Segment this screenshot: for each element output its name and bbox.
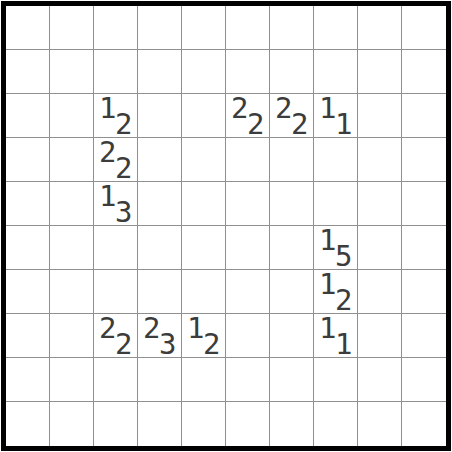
cell-r0c8[interactable] [358,6,402,50]
cell-r5c8[interactable] [358,226,402,270]
cell-r4c5[interactable] [226,182,270,226]
clue-digit-2: 2 [203,330,220,359]
cell-r3c1[interactable] [50,138,94,182]
clue-digit-2: 5 [335,242,352,271]
clue-digit-1: 1 [319,94,336,123]
cell-r4c2-clue: 13 [94,182,138,226]
cell-r6c6[interactable] [270,270,314,314]
clue-digit-1: 1 [187,314,204,343]
cell-r2c1[interactable] [50,94,94,138]
cell-r9c8[interactable] [358,402,402,446]
cell-r3c0[interactable] [6,138,50,182]
clue-digit-2: 2 [115,330,132,359]
clue-digit-1: 1 [319,314,336,343]
cell-r9c4[interactable] [182,402,226,446]
tapa-puzzle-page: { "game": "Tapa", "board": { "rows": 10,… [0,0,452,452]
clue-digit-1: 1 [319,226,336,255]
cell-r1c9[interactable] [402,50,446,94]
cell-r0c5[interactable] [226,6,270,50]
cell-r1c8[interactable] [358,50,402,94]
clue-digit-2: 3 [115,198,132,227]
clue-digit-1: 1 [99,94,116,123]
clue-digit-2: 3 [159,330,176,359]
board-frame: 122222112213151222231211 [1,1,451,451]
cell-r7c0[interactable] [6,314,50,358]
cell-r2c6-clue: 22 [270,94,314,138]
cell-r0c7[interactable] [314,6,358,50]
cell-r5c6[interactable] [270,226,314,270]
cell-r8c4[interactable] [182,358,226,402]
cell-r1c3[interactable] [138,50,182,94]
cell-r7c8[interactable] [358,314,402,358]
cell-r8c7[interactable] [314,358,358,402]
cell-r5c9[interactable] [402,226,446,270]
cell-r6c8[interactable] [358,270,402,314]
cell-r3c2-clue: 22 [94,138,138,182]
cell-r6c0[interactable] [6,270,50,314]
cell-r4c4[interactable] [182,182,226,226]
cell-r4c8[interactable] [358,182,402,226]
cell-r6c2[interactable] [94,270,138,314]
cell-r5c7-clue: 15 [314,226,358,270]
cell-r0c0[interactable] [6,6,50,50]
cell-r3c4[interactable] [182,138,226,182]
cell-r5c5[interactable] [226,226,270,270]
cell-r6c4[interactable] [182,270,226,314]
clue-digit-2: 2 [335,286,352,315]
cell-r5c4[interactable] [182,226,226,270]
tapa-board: 122222112213151222231211 [6,6,446,446]
clue-digit-1: 1 [319,270,336,299]
cell-r1c1[interactable] [50,50,94,94]
cell-r0c1[interactable] [50,6,94,50]
cell-r6c9[interactable] [402,270,446,314]
cell-r5c0[interactable] [6,226,50,270]
cell-r7c1[interactable] [50,314,94,358]
cell-r8c1[interactable] [50,358,94,402]
cell-r4c1[interactable] [50,182,94,226]
cell-r8c3[interactable] [138,358,182,402]
cell-r4c7[interactable] [314,182,358,226]
cell-r1c5[interactable] [226,50,270,94]
cell-r0c2[interactable] [94,6,138,50]
cell-r9c0[interactable] [6,402,50,446]
cell-r3c7[interactable] [314,138,358,182]
cell-r8c0[interactable] [6,358,50,402]
cell-r4c9[interactable] [402,182,446,226]
cell-r1c7[interactable] [314,50,358,94]
clue-digit-1: 2 [275,94,292,123]
cell-r5c1[interactable] [50,226,94,270]
clue-digit-2: 1 [335,110,352,139]
cell-r6c1[interactable] [50,270,94,314]
cell-r3c6[interactable] [270,138,314,182]
cell-r2c7-clue: 11 [314,94,358,138]
cell-r3c5[interactable] [226,138,270,182]
cell-r0c9[interactable] [402,6,446,50]
cell-r5c2[interactable] [94,226,138,270]
clue-digit-1: 2 [231,94,248,123]
cell-r1c6[interactable] [270,50,314,94]
cell-r2c4[interactable] [182,94,226,138]
cell-r2c9[interactable] [402,94,446,138]
cell-r7c4-clue: 12 [182,314,226,358]
cell-r0c4[interactable] [182,6,226,50]
clue-digit-2: 2 [291,110,308,139]
clue-digit-2: 2 [115,154,132,183]
cell-r9c9[interactable] [402,402,446,446]
cell-r7c5[interactable] [226,314,270,358]
clue-digit-1: 2 [99,314,116,343]
cell-r9c1[interactable] [50,402,94,446]
cell-r2c5-clue: 22 [226,94,270,138]
cell-r9c6[interactable] [270,402,314,446]
clue-digit-2: 1 [335,330,352,359]
cell-r7c3-clue: 23 [138,314,182,358]
clue-digit-2: 2 [115,110,132,139]
cell-r7c2-clue: 22 [94,314,138,358]
clue-digit-2: 2 [247,110,264,139]
cell-r9c7[interactable] [314,402,358,446]
clue-digit-1: 2 [143,314,160,343]
cell-r8c2[interactable] [94,358,138,402]
cell-r9c2[interactable] [94,402,138,446]
clue-digit-1: 1 [99,182,116,211]
cell-r1c4[interactable] [182,50,226,94]
cell-r2c0[interactable] [6,94,50,138]
cell-r9c3[interactable] [138,402,182,446]
cell-r4c0[interactable] [6,182,50,226]
cell-r4c6[interactable] [270,182,314,226]
cell-r2c3[interactable] [138,94,182,138]
cell-r7c7-clue: 11 [314,314,358,358]
cell-r7c6[interactable] [270,314,314,358]
cell-r2c8[interactable] [358,94,402,138]
cell-r0c6[interactable] [270,6,314,50]
cell-r7c9[interactable] [402,314,446,358]
cell-r1c0[interactable] [6,50,50,94]
cell-r8c9[interactable] [402,358,446,402]
cell-r8c5[interactable] [226,358,270,402]
cell-r1c2[interactable] [94,50,138,94]
cell-r2c2-clue: 12 [94,94,138,138]
cell-r8c6[interactable] [270,358,314,402]
cell-r8c8[interactable] [358,358,402,402]
cell-r3c8[interactable] [358,138,402,182]
cell-r6c5[interactable] [226,270,270,314]
cell-r4c3[interactable] [138,182,182,226]
cell-r0c3[interactable] [138,6,182,50]
clue-digit-1: 2 [99,138,116,167]
cell-r3c3[interactable] [138,138,182,182]
cell-r3c9[interactable] [402,138,446,182]
cell-r9c5[interactable] [226,402,270,446]
cell-r6c7-clue: 12 [314,270,358,314]
cell-r6c3[interactable] [138,270,182,314]
cell-r5c3[interactable] [138,226,182,270]
